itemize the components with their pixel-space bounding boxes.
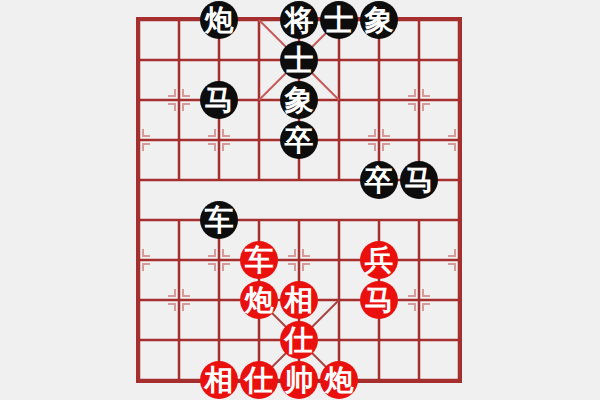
piece-black-chariot[interactable]: 车 — [200, 201, 238, 239]
piece-red-elephant[interactable]: 相 — [280, 281, 318, 319]
piece-black-advisor[interactable]: 士 — [320, 1, 358, 39]
piece-black-soldier[interactable]: 卒 — [280, 121, 318, 159]
piece-red-horse[interactable]: 马 — [360, 281, 398, 319]
piece-black-elephant[interactable]: 象 — [360, 1, 398, 39]
piece-black-advisor[interactable]: 士 — [280, 41, 318, 79]
piece-black-horse[interactable]: 马 — [200, 81, 238, 119]
piece-black-cannon[interactable]: 炮 — [200, 1, 238, 39]
pieces-layer: 炮将士象士马象卒卒马车车兵炮相马仕相仕帅炮 — [119, 0, 479, 400]
piece-black-soldier[interactable]: 卒 — [360, 161, 398, 199]
piece-red-advisor[interactable]: 仕 — [280, 321, 318, 359]
xiangqi-board[interactable]: 炮将士象士马象卒卒马车车兵炮相马仕相仕帅炮 — [0, 0, 600, 400]
piece-red-cannon[interactable]: 炮 — [240, 281, 278, 319]
piece-red-soldier[interactable]: 兵 — [360, 241, 398, 279]
piece-red-cannon[interactable]: 炮 — [320, 361, 358, 399]
piece-black-horse[interactable]: 马 — [400, 161, 438, 199]
piece-red-chariot[interactable]: 车 — [240, 241, 278, 279]
piece-black-elephant[interactable]: 象 — [280, 81, 318, 119]
piece-red-general[interactable]: 帅 — [280, 361, 318, 399]
piece-red-advisor[interactable]: 仕 — [240, 361, 278, 399]
piece-black-general[interactable]: 将 — [280, 1, 318, 39]
piece-red-elephant[interactable]: 相 — [200, 361, 238, 399]
